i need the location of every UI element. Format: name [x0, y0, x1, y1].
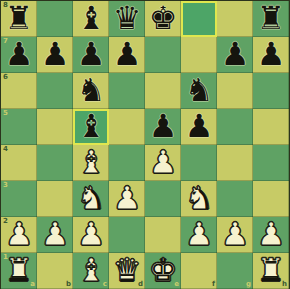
- black-pawn[interactable]: ♟: [221, 36, 250, 72]
- square-e4[interactable]: ♟: [145, 145, 181, 181]
- white-pawn[interactable]: ♟: [77, 216, 106, 252]
- square-g4[interactable]: [217, 145, 253, 181]
- white-queen[interactable]: ♛: [113, 252, 142, 288]
- square-c5[interactable]: ♝: [73, 109, 109, 145]
- square-a7[interactable]: 7♟: [1, 37, 37, 73]
- square-g3[interactable]: [217, 181, 253, 217]
- square-e2[interactable]: [145, 217, 181, 253]
- square-c3[interactable]: ♞: [73, 181, 109, 217]
- square-d6[interactable]: [109, 73, 145, 109]
- file-label-b: b: [66, 281, 71, 288]
- square-a2[interactable]: 2♟: [1, 217, 37, 253]
- square-d4[interactable]: [109, 145, 145, 181]
- square-h3[interactable]: [253, 181, 289, 217]
- black-knight[interactable]: ♞: [77, 72, 106, 108]
- square-h2[interactable]: ♟: [253, 217, 289, 253]
- square-d1[interactable]: d♛: [109, 253, 145, 289]
- square-e5[interactable]: ♟: [145, 109, 181, 145]
- square-h7[interactable]: ♟: [253, 37, 289, 73]
- square-f4[interactable]: [181, 145, 217, 181]
- square-f3[interactable]: ♞: [181, 181, 217, 217]
- square-c8[interactable]: ♝: [73, 1, 109, 37]
- black-bishop[interactable]: ♝: [77, 0, 106, 36]
- square-h8[interactable]: ♜: [253, 1, 289, 37]
- black-pawn[interactable]: ♟: [149, 108, 178, 144]
- black-queen[interactable]: ♛: [113, 0, 142, 36]
- square-h5[interactable]: [253, 109, 289, 145]
- square-g5[interactable]: [217, 109, 253, 145]
- rank-label-6: 6: [3, 74, 8, 81]
- square-f2[interactable]: ♟: [181, 217, 217, 253]
- white-rook[interactable]: ♜: [5, 252, 34, 288]
- file-label-f: f: [212, 281, 215, 288]
- square-e8[interactable]: ♚: [145, 1, 181, 37]
- square-f5[interactable]: ♟: [181, 109, 217, 145]
- black-king[interactable]: ♚: [149, 0, 178, 36]
- square-b8[interactable]: [37, 1, 73, 37]
- chess-board: 8♜♝♛♚♜7♟♟♟♟♟♟6♞♞5♝♟♟4♝♟3♞♟♞2♟♟♟♟♟♟1a♜bc♝…: [0, 0, 290, 289]
- square-e7[interactable]: [145, 37, 181, 73]
- white-pawn[interactable]: ♟: [149, 144, 178, 180]
- white-pawn[interactable]: ♟: [221, 216, 250, 252]
- square-a3[interactable]: 3: [1, 181, 37, 217]
- square-f6[interactable]: ♞: [181, 73, 217, 109]
- white-pawn[interactable]: ♟: [5, 216, 34, 252]
- white-knight[interactable]: ♞: [185, 180, 214, 216]
- square-c1[interactable]: c♝: [73, 253, 109, 289]
- square-a8[interactable]: 8♜: [1, 1, 37, 37]
- square-b5[interactable]: [37, 109, 73, 145]
- black-pawn[interactable]: ♟: [5, 36, 34, 72]
- square-f7[interactable]: [181, 37, 217, 73]
- file-label-g: g: [246, 281, 251, 288]
- square-b6[interactable]: [37, 73, 73, 109]
- black-knight[interactable]: ♞: [185, 72, 214, 108]
- white-pawn[interactable]: ♟: [185, 216, 214, 252]
- square-c6[interactable]: ♞: [73, 73, 109, 109]
- white-pawn[interactable]: ♟: [257, 216, 286, 252]
- square-e1[interactable]: e♚: [145, 253, 181, 289]
- square-d5[interactable]: [109, 109, 145, 145]
- square-g1[interactable]: g: [217, 253, 253, 289]
- square-h6[interactable]: [253, 73, 289, 109]
- square-a5[interactable]: 5: [1, 109, 37, 145]
- square-c4[interactable]: ♝: [73, 145, 109, 181]
- square-g2[interactable]: ♟: [217, 217, 253, 253]
- white-knight[interactable]: ♞: [77, 180, 106, 216]
- rank-label-4: 4: [3, 146, 8, 153]
- square-b4[interactable]: [37, 145, 73, 181]
- black-rook[interactable]: ♜: [5, 0, 34, 36]
- square-d7[interactable]: ♟: [109, 37, 145, 73]
- square-c2[interactable]: ♟: [73, 217, 109, 253]
- square-g6[interactable]: [217, 73, 253, 109]
- square-f8[interactable]: [181, 1, 217, 37]
- black-bishop[interactable]: ♝: [77, 108, 106, 144]
- black-pawn[interactable]: ♟: [257, 36, 286, 72]
- square-a1[interactable]: 1a♜: [1, 253, 37, 289]
- black-pawn[interactable]: ♟: [41, 36, 70, 72]
- square-b1[interactable]: b: [37, 253, 73, 289]
- square-a6[interactable]: 6: [1, 73, 37, 109]
- white-bishop[interactable]: ♝: [77, 144, 106, 180]
- white-king[interactable]: ♚: [149, 252, 178, 288]
- square-e6[interactable]: [145, 73, 181, 109]
- white-bishop[interactable]: ♝: [77, 252, 106, 288]
- rank-label-5: 5: [3, 110, 8, 117]
- rank-label-3: 3: [3, 182, 8, 189]
- white-rook[interactable]: ♜: [257, 252, 286, 288]
- square-g8[interactable]: [217, 1, 253, 37]
- square-b2[interactable]: ♟: [37, 217, 73, 253]
- white-pawn[interactable]: ♟: [113, 180, 142, 216]
- square-d2[interactable]: [109, 217, 145, 253]
- square-b7[interactable]: ♟: [37, 37, 73, 73]
- black-pawn[interactable]: ♟: [185, 108, 214, 144]
- square-f1[interactable]: f: [181, 253, 217, 289]
- white-pawn[interactable]: ♟: [41, 216, 70, 252]
- square-h4[interactable]: [253, 145, 289, 181]
- black-rook[interactable]: ♜: [257, 0, 286, 36]
- square-c7[interactable]: ♟: [73, 37, 109, 73]
- square-h1[interactable]: h♜: [253, 253, 289, 289]
- square-b3[interactable]: [37, 181, 73, 217]
- black-pawn[interactable]: ♟: [113, 36, 142, 72]
- black-pawn[interactable]: ♟: [77, 36, 106, 72]
- square-e3[interactable]: [145, 181, 181, 217]
- square-d8[interactable]: ♛: [109, 1, 145, 37]
- square-d3[interactable]: ♟: [109, 181, 145, 217]
- square-a4[interactable]: 4: [1, 145, 37, 181]
- square-g7[interactable]: ♟: [217, 37, 253, 73]
